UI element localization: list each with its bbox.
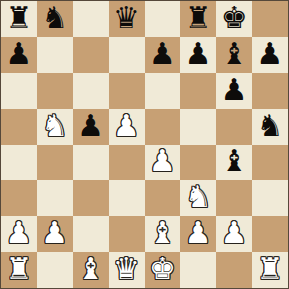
square-f7[interactable]: ♟ <box>180 37 216 73</box>
square-g4[interactable]: ♝ <box>216 145 252 181</box>
square-d5[interactable]: ♟ <box>109 109 145 145</box>
square-a8[interactable]: ♜ <box>1 1 37 37</box>
piece-black-bishop[interactable]: ♝ <box>221 145 248 180</box>
square-h5[interactable]: ♞ <box>252 109 288 145</box>
square-b8[interactable]: ♞ <box>37 1 73 37</box>
piece-white-pawn[interactable]: ♟ <box>5 216 32 251</box>
square-d7[interactable] <box>109 37 145 73</box>
square-d1[interactable]: ♛ <box>109 252 145 288</box>
square-e6[interactable] <box>145 73 181 109</box>
square-f2[interactable]: ♟ <box>180 216 216 252</box>
piece-black-queen[interactable]: ♛ <box>113 1 140 36</box>
square-h7[interactable]: ♟ <box>252 37 288 73</box>
piece-white-bishop[interactable]: ♝ <box>77 252 104 287</box>
square-g8[interactable]: ♚ <box>216 1 252 37</box>
square-d3[interactable] <box>109 180 145 216</box>
piece-black-bishop[interactable]: ♝ <box>221 37 248 72</box>
square-c5[interactable]: ♟ <box>73 109 109 145</box>
chess-board: ♜♞♛♜♚♟♟♟♝♟♟♞♟♟♞♟♝♞♟♟♝♟♟♜♝♛♚♜ <box>0 0 289 289</box>
square-a4[interactable] <box>1 145 37 181</box>
square-e8[interactable] <box>145 1 181 37</box>
square-f1[interactable] <box>180 252 216 288</box>
piece-white-pawn[interactable]: ♟ <box>221 216 248 251</box>
square-d6[interactable] <box>109 73 145 109</box>
piece-white-knight[interactable]: ♞ <box>41 109 68 144</box>
square-h8[interactable] <box>252 1 288 37</box>
piece-black-pawn[interactable]: ♟ <box>221 73 248 108</box>
square-b5[interactable]: ♞ <box>37 109 73 145</box>
piece-black-pawn[interactable]: ♟ <box>77 109 104 144</box>
square-c4[interactable] <box>73 145 109 181</box>
square-e7[interactable]: ♟ <box>145 37 181 73</box>
square-h3[interactable] <box>252 180 288 216</box>
piece-black-pawn[interactable]: ♟ <box>185 37 212 72</box>
square-a5[interactable] <box>1 109 37 145</box>
piece-white-pawn[interactable]: ♟ <box>113 109 140 144</box>
piece-white-pawn[interactable]: ♟ <box>185 216 212 251</box>
square-g5[interactable] <box>216 109 252 145</box>
square-c1[interactable]: ♝ <box>73 252 109 288</box>
piece-white-king[interactable]: ♚ <box>149 252 176 287</box>
square-d8[interactable]: ♛ <box>109 1 145 37</box>
square-a3[interactable] <box>1 180 37 216</box>
square-a2[interactable]: ♟ <box>1 216 37 252</box>
square-b6[interactable] <box>37 73 73 109</box>
piece-black-king[interactable]: ♚ <box>221 1 248 36</box>
square-e1[interactable]: ♚ <box>145 252 181 288</box>
square-b1[interactable] <box>37 252 73 288</box>
square-f5[interactable] <box>180 109 216 145</box>
piece-white-rook[interactable]: ♜ <box>5 252 32 287</box>
piece-black-knight[interactable]: ♞ <box>41 1 68 36</box>
square-b4[interactable] <box>37 145 73 181</box>
square-c7[interactable] <box>73 37 109 73</box>
square-g2[interactable]: ♟ <box>216 216 252 252</box>
square-c6[interactable] <box>73 73 109 109</box>
square-f3[interactable]: ♞ <box>180 180 216 216</box>
square-g1[interactable] <box>216 252 252 288</box>
piece-white-bishop[interactable]: ♝ <box>149 216 176 251</box>
square-d4[interactable] <box>109 145 145 181</box>
square-c3[interactable] <box>73 180 109 216</box>
square-g6[interactable]: ♟ <box>216 73 252 109</box>
square-a1[interactable]: ♜ <box>1 252 37 288</box>
piece-black-pawn[interactable]: ♟ <box>149 37 176 72</box>
piece-black-pawn[interactable]: ♟ <box>257 37 284 72</box>
square-h1[interactable]: ♜ <box>252 252 288 288</box>
piece-black-pawn[interactable]: ♟ <box>5 37 32 72</box>
square-c8[interactable] <box>73 1 109 37</box>
square-c2[interactable] <box>73 216 109 252</box>
square-f6[interactable] <box>180 73 216 109</box>
piece-white-queen[interactable]: ♛ <box>113 252 140 287</box>
square-a7[interactable]: ♟ <box>1 37 37 73</box>
piece-black-rook[interactable]: ♜ <box>185 1 212 36</box>
piece-white-pawn[interactable]: ♟ <box>41 216 68 251</box>
piece-black-rook[interactable]: ♜ <box>5 1 32 36</box>
square-g3[interactable] <box>216 180 252 216</box>
square-h6[interactable] <box>252 73 288 109</box>
square-f8[interactable]: ♜ <box>180 1 216 37</box>
square-a6[interactable] <box>1 73 37 109</box>
piece-white-pawn[interactable]: ♟ <box>149 145 176 180</box>
square-h2[interactable] <box>252 216 288 252</box>
square-e4[interactable]: ♟ <box>145 145 181 181</box>
square-h4[interactable] <box>252 145 288 181</box>
square-d2[interactable] <box>109 216 145 252</box>
piece-white-rook[interactable]: ♜ <box>257 252 284 287</box>
square-b2[interactable]: ♟ <box>37 216 73 252</box>
square-e5[interactable] <box>145 109 181 145</box>
square-e2[interactable]: ♝ <box>145 216 181 252</box>
piece-white-knight[interactable]: ♞ <box>185 180 212 215</box>
piece-black-knight[interactable]: ♞ <box>257 109 284 144</box>
square-f4[interactable] <box>180 145 216 181</box>
square-b7[interactable] <box>37 37 73 73</box>
square-g7[interactable]: ♝ <box>216 37 252 73</box>
square-e3[interactable] <box>145 180 181 216</box>
square-b3[interactable] <box>37 180 73 216</box>
